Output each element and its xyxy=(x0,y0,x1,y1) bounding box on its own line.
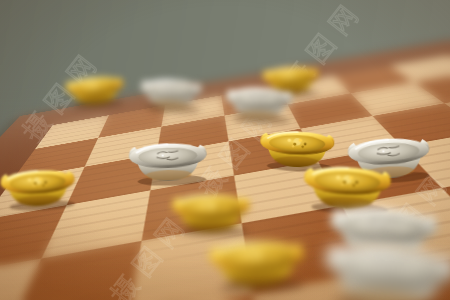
chessboard xyxy=(0,0,450,116)
photo-canvas: 摄图网摄图网摄图网摄图网摄图网 xyxy=(0,0,450,300)
board-scene xyxy=(0,0,450,300)
checkerboard-squares xyxy=(0,0,450,125)
